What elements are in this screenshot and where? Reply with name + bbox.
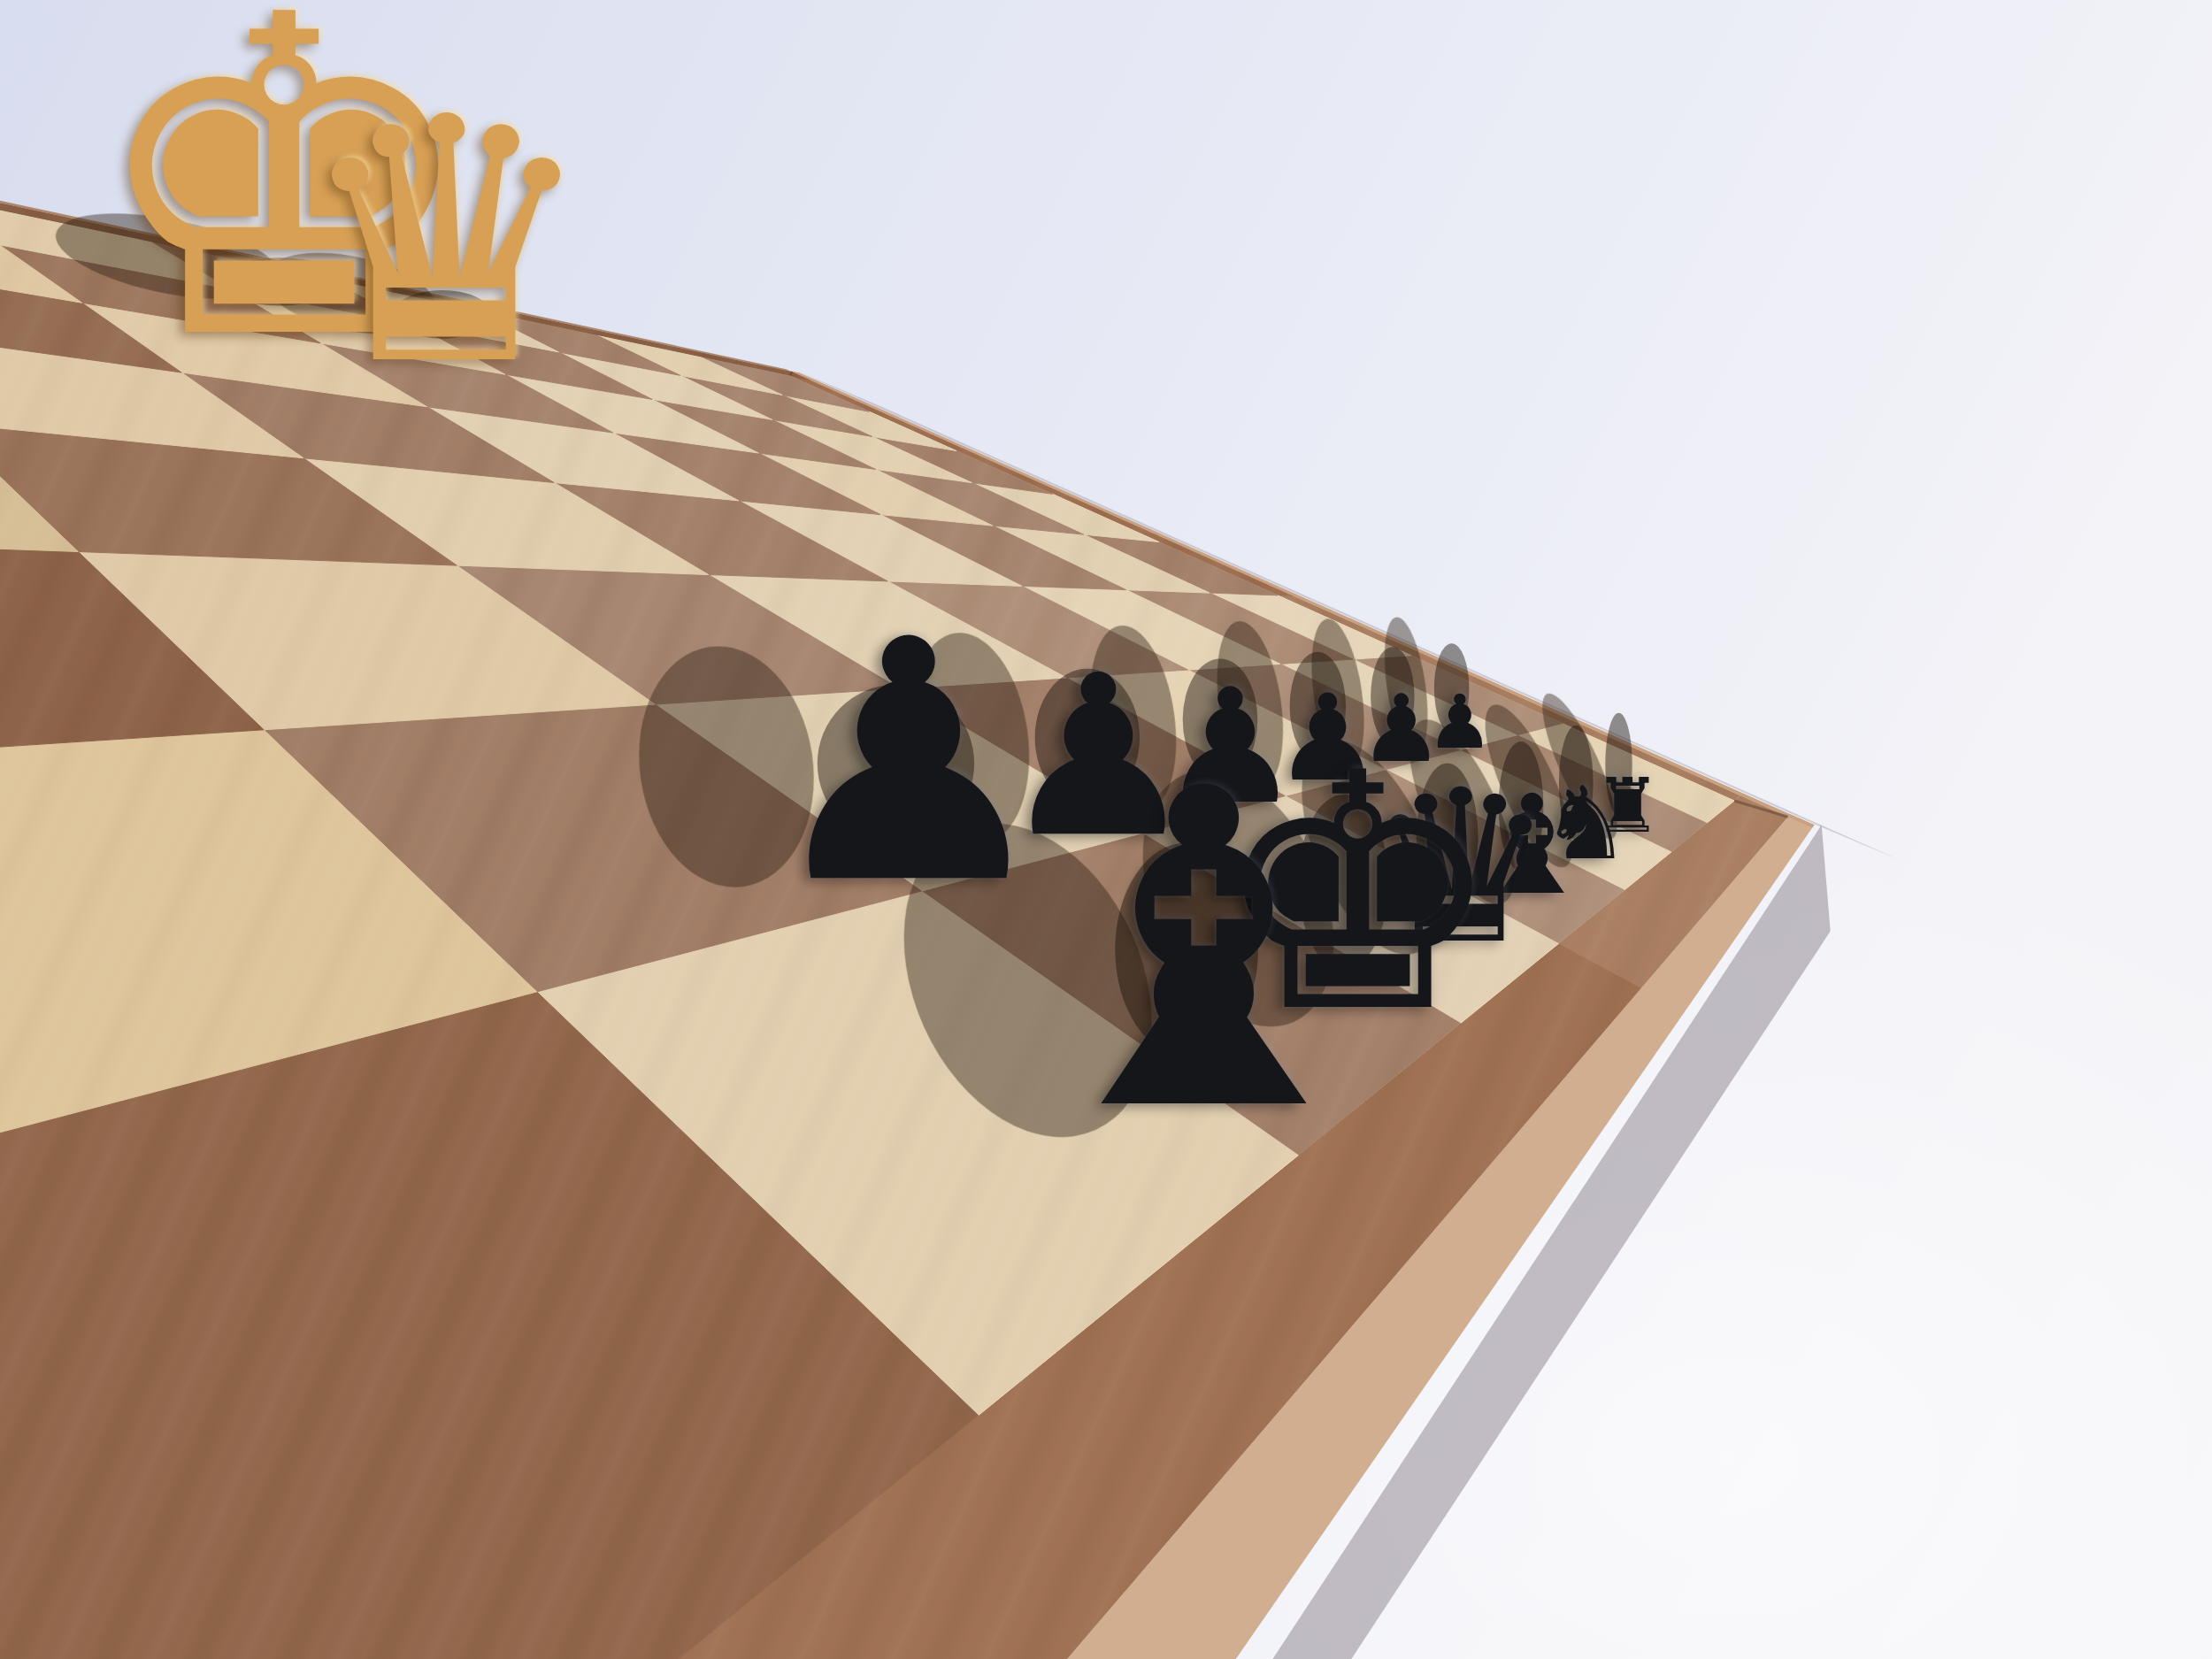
board-photo-scene: ♚♛♟♟♟♟♟♜♟♞♝♛♚♝ xyxy=(0,0,2212,1659)
piece-white-queen-d1[interactable]: ♛ xyxy=(277,73,615,411)
piece-black-bishop-f8[interactable]: ♝ xyxy=(985,733,1423,1171)
